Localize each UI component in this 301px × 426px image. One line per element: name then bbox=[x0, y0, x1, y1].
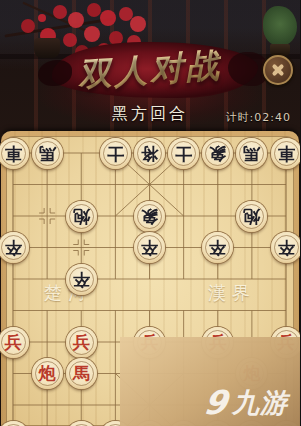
piece-glyph: 車 bbox=[0, 138, 29, 169]
plum-blossoms bbox=[38, 14, 46, 22]
piece-glyph: 士 bbox=[100, 138, 131, 169]
piece-black-炮-c3r3[interactable]: 炮 bbox=[66, 201, 97, 232]
river-label-right: 漢界 bbox=[208, 281, 256, 305]
piece-black-馬-c2r1[interactable]: 馬 bbox=[32, 138, 63, 169]
piece-black-卒-c9r4[interactable]: 卒 bbox=[271, 232, 301, 263]
xiangqi-app-window: 双人对战 黑方回合 计时:02:40 楚河 漢界 車馬士将士象馬車炮象炮卒卒卒卒… bbox=[0, 0, 300, 426]
piece-glyph: 卒 bbox=[66, 264, 97, 295]
piece-glyph: 卒 bbox=[202, 232, 233, 263]
timer-label: 计时:02:40 bbox=[226, 110, 291, 125]
piece-black-卒-c5r4[interactable]: 卒 bbox=[134, 232, 165, 263]
piece-red-兵-c1r7[interactable]: 兵 bbox=[0, 327, 29, 358]
piece-glyph: 士 bbox=[168, 138, 199, 169]
piece-glyph: 炮 bbox=[236, 201, 267, 232]
piece-black-将-c5r1[interactable]: 将 bbox=[134, 138, 165, 169]
piece-glyph: 将 bbox=[134, 138, 165, 169]
piece-glyph: 馬 bbox=[32, 138, 63, 169]
piece-glyph: 馬 bbox=[66, 358, 97, 389]
piece-black-象-c5r3[interactable]: 象 bbox=[134, 201, 165, 232]
piece-red-相-c3r10[interactable]: 相 bbox=[66, 421, 97, 426]
piece-glyph: 卒 bbox=[0, 232, 29, 263]
piece-black-士-c4r1[interactable]: 士 bbox=[100, 138, 131, 169]
piece-glyph: 象 bbox=[202, 138, 233, 169]
piece-black-馬-c8r1[interactable]: 馬 bbox=[236, 138, 267, 169]
piece-red-炮-c2r8[interactable]: 炮 bbox=[32, 358, 63, 389]
piece-glyph: 兵 bbox=[0, 327, 29, 358]
piece-glyph: 車 bbox=[271, 138, 301, 169]
piece-glyph: 炮 bbox=[66, 201, 97, 232]
piece-glyph: 炮 bbox=[32, 358, 63, 389]
piece-glyph: 兵 bbox=[66, 327, 97, 358]
nine-game-logo-icon: 9 bbox=[201, 385, 229, 421]
piece-black-卒-c3r5[interactable]: 卒 bbox=[66, 264, 97, 295]
close-button[interactable] bbox=[263, 55, 293, 85]
piece-black-卒-c1r4[interactable]: 卒 bbox=[0, 232, 29, 263]
piece-glyph: 馬 bbox=[236, 138, 267, 169]
piece-black-車-c9r1[interactable]: 車 bbox=[271, 138, 301, 169]
piece-black-象-c7r1[interactable]: 象 bbox=[202, 138, 233, 169]
piece-glyph: 相 bbox=[66, 421, 97, 426]
piece-black-車-c1r1[interactable]: 車 bbox=[0, 138, 29, 169]
piece-black-卒-c7r4[interactable]: 卒 bbox=[202, 232, 233, 263]
piece-black-士-c6r1[interactable]: 士 bbox=[168, 138, 199, 169]
piece-glyph: 車 bbox=[0, 421, 29, 426]
piece-red-馬-c3r8[interactable]: 馬 bbox=[66, 358, 97, 389]
piece-glyph: 卒 bbox=[134, 232, 165, 263]
watermark-text: 九游 bbox=[232, 385, 288, 421]
piece-glyph: 卒 bbox=[271, 232, 301, 263]
piece-red-兵-c3r7[interactable]: 兵 bbox=[66, 327, 97, 358]
piece-glyph: 象 bbox=[134, 201, 165, 232]
piece-red-車-c1r10[interactable]: 車 bbox=[0, 421, 29, 426]
watermark: 9 九游 bbox=[204, 385, 288, 421]
piece-black-炮-c8r3[interactable]: 炮 bbox=[236, 201, 267, 232]
